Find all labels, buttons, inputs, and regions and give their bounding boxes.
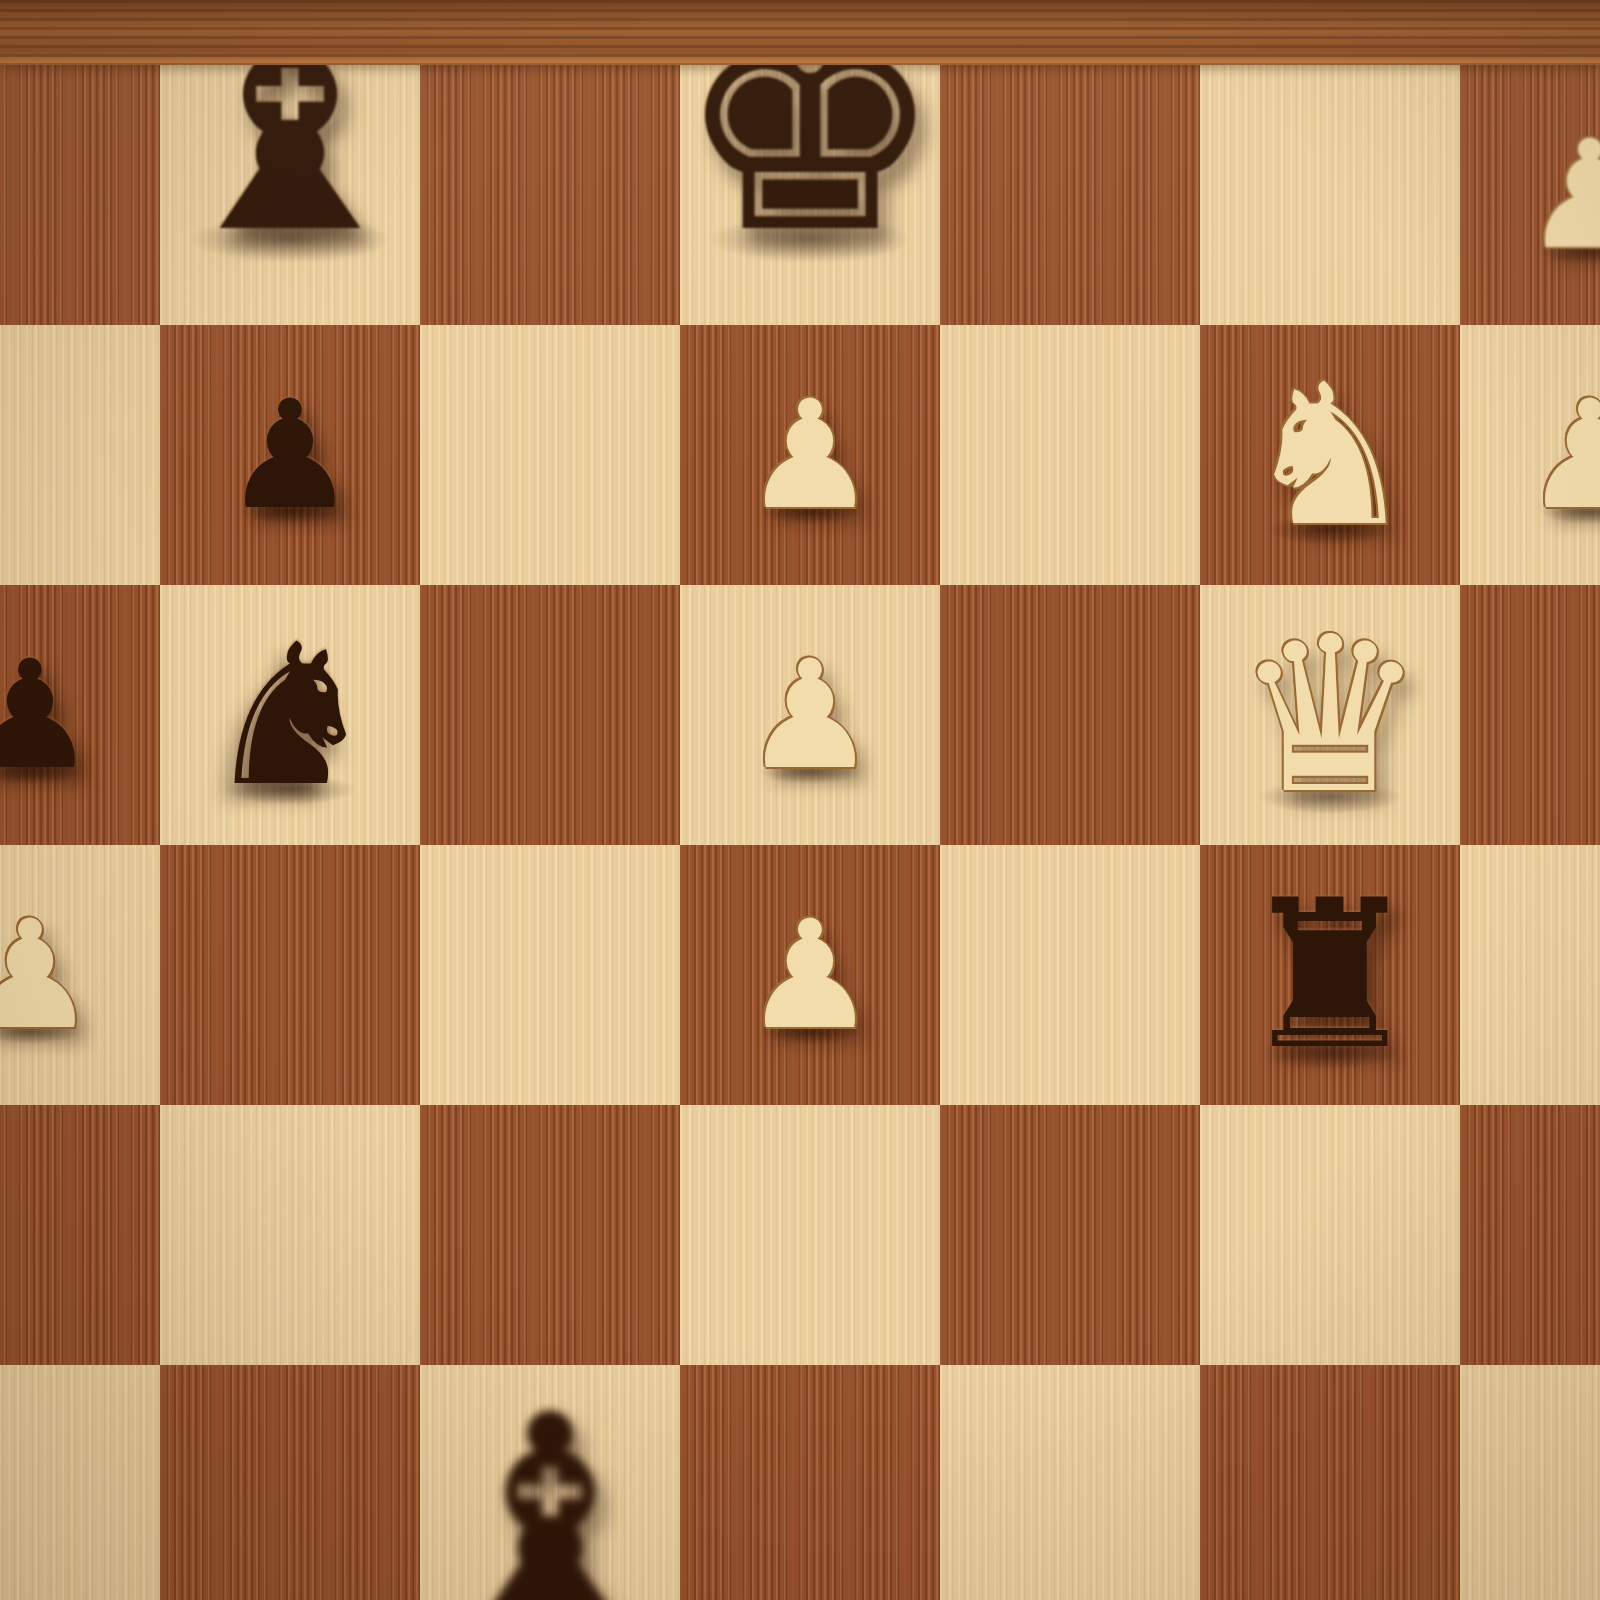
black-pawn-c6[interactable]: ♟ — [223, 380, 357, 530]
black-rook-g4[interactable]: ♜ — [1238, 873, 1422, 1078]
square-g2[interactable] — [1200, 1365, 1460, 1600]
square-g6[interactable]: ♞ — [1200, 325, 1460, 585]
square-d3[interactable] — [420, 1105, 680, 1365]
square-c5[interactable]: ♞ — [160, 585, 420, 845]
white-pawn-h6[interactable]: ♟ — [1523, 380, 1600, 530]
chess-board: ♝♚♟♟♟♞♟♟♞♟♛♟♟♜♝ — [0, 65, 1600, 1600]
white-pawn-b4[interactable]: ♟ — [0, 900, 97, 1050]
square-e7[interactable]: ♚ — [680, 65, 940, 325]
board-frame — [0, 0, 1600, 65]
square-c2[interactable] — [160, 1365, 420, 1600]
square-c4[interactable] — [160, 845, 420, 1105]
white-pawn-h7[interactable]: ♟ — [1523, 120, 1600, 270]
square-b2[interactable] — [0, 1365, 160, 1600]
square-e3[interactable] — [680, 1105, 940, 1365]
square-e5[interactable]: ♟ — [680, 585, 940, 845]
square-f4[interactable] — [940, 845, 1200, 1105]
square-g5[interactable]: ♛ — [1200, 585, 1460, 845]
square-b6[interactable] — [0, 325, 160, 585]
white-pawn-e4[interactable]: ♟ — [743, 900, 877, 1050]
black-bishop-d2[interactable]: ♝ — [422, 1378, 678, 1600]
square-f7[interactable] — [940, 65, 1200, 325]
square-d5[interactable] — [420, 585, 680, 845]
square-c7[interactable]: ♝ — [160, 65, 420, 325]
black-knight-c5[interactable]: ♞ — [203, 618, 378, 813]
square-h5[interactable] — [1460, 585, 1600, 845]
square-c3[interactable] — [160, 1105, 420, 1365]
square-d7[interactable] — [420, 65, 680, 325]
square-f6[interactable] — [940, 325, 1200, 585]
chess-photo-scene: ♝♚♟♟♟♞♟♟♞♟♛♟♟♜♝ — [0, 0, 1600, 1600]
square-h4[interactable] — [1460, 845, 1600, 1105]
square-h3[interactable] — [1460, 1105, 1600, 1365]
square-h7[interactable]: ♟ — [1460, 65, 1600, 325]
square-g3[interactable] — [1200, 1105, 1460, 1365]
square-c6[interactable]: ♟ — [160, 325, 420, 585]
square-h6[interactable]: ♟ — [1460, 325, 1600, 585]
square-d6[interactable] — [420, 325, 680, 585]
square-e4[interactable]: ♟ — [680, 845, 940, 1105]
square-b3[interactable] — [0, 1105, 160, 1365]
white-queen-g5[interactable]: ♛ — [1234, 608, 1427, 823]
black-pawn-b5[interactable]: ♟ — [0, 640, 97, 790]
square-b5[interactable]: ♟ — [0, 585, 160, 845]
square-f5[interactable] — [940, 585, 1200, 845]
square-f2[interactable] — [940, 1365, 1200, 1600]
square-g4[interactable]: ♜ — [1200, 845, 1460, 1105]
square-d2[interactable]: ♝ — [420, 1365, 680, 1600]
white-knight-g6[interactable]: ♞ — [1243, 358, 1418, 553]
square-e2[interactable] — [680, 1365, 940, 1600]
square-g7[interactable] — [1200, 65, 1460, 325]
square-f3[interactable] — [940, 1105, 1200, 1365]
square-e6[interactable]: ♟ — [680, 325, 940, 585]
square-d4[interactable] — [420, 845, 680, 1105]
square-b7[interactable] — [0, 65, 160, 325]
square-h2[interactable] — [1460, 1365, 1600, 1600]
white-pawn-e6[interactable]: ♟ — [743, 380, 877, 530]
square-b4[interactable]: ♟ — [0, 845, 160, 1105]
white-pawn-e5[interactable]: ♟ — [743, 640, 877, 790]
